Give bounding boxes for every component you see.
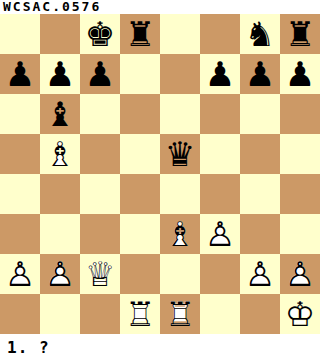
square-d6[interactable] [120, 94, 160, 134]
square-d8[interactable]: ♜ [120, 14, 160, 54]
square-b4[interactable] [40, 174, 80, 214]
white-pawn-outline: ♙ [245, 254, 275, 294]
square-f4[interactable] [200, 174, 240, 214]
square-d2[interactable] [120, 254, 160, 294]
square-d4[interactable] [120, 174, 160, 214]
black-pawn-glyph: ♟ [45, 54, 75, 94]
square-h4[interactable] [280, 174, 320, 214]
square-a4[interactable] [0, 174, 40, 214]
square-c1[interactable] [80, 294, 120, 334]
black-pawn-glyph: ♟ [285, 54, 315, 94]
square-h6[interactable] [280, 94, 320, 134]
square-f5[interactable] [200, 134, 240, 174]
square-g7[interactable]: ♟ [240, 54, 280, 94]
white-rook-outline: ♖ [165, 294, 195, 334]
square-c8[interactable]: ♚ [80, 14, 120, 54]
square-c4[interactable] [80, 174, 120, 214]
square-d3[interactable] [120, 214, 160, 254]
square-h1[interactable]: ♚♔ [280, 294, 320, 334]
square-f7[interactable]: ♟ [200, 54, 240, 94]
square-c6[interactable] [80, 94, 120, 134]
square-e5[interactable]: ♛ [160, 134, 200, 174]
square-e1[interactable]: ♜♖ [160, 294, 200, 334]
square-c5[interactable] [80, 134, 120, 174]
square-c7[interactable]: ♟ [80, 54, 120, 94]
square-b8[interactable] [40, 14, 80, 54]
square-a5[interactable] [0, 134, 40, 174]
square-c2[interactable]: ♛♕ [80, 254, 120, 294]
white-pawn-outline: ♙ [5, 254, 35, 294]
black-queen-glyph: ♛ [165, 134, 195, 174]
white-pawn[interactable]: ♟♙ [205, 217, 235, 251]
black-pawn-glyph: ♟ [205, 54, 235, 94]
white-bishop[interactable]: ♝♗ [165, 217, 195, 251]
square-d1[interactable]: ♜♖ [120, 294, 160, 334]
white-pawn-outline: ♙ [45, 254, 75, 294]
puzzle-id: WCSAC.0576 [0, 0, 320, 14]
black-rook-glyph: ♜ [285, 14, 315, 54]
square-a8[interactable] [0, 14, 40, 54]
black-rook[interactable]: ♜ [285, 17, 315, 51]
square-b5[interactable]: ♝♗ [40, 134, 80, 174]
black-rook-glyph: ♜ [125, 14, 155, 54]
white-rook[interactable]: ♜♖ [125, 297, 155, 331]
square-a6[interactable] [0, 94, 40, 134]
square-b7[interactable]: ♟ [40, 54, 80, 94]
black-queen[interactable]: ♛ [165, 137, 195, 171]
square-e4[interactable] [160, 174, 200, 214]
black-king[interactable]: ♚ [85, 17, 115, 51]
square-e6[interactable] [160, 94, 200, 134]
square-e3[interactable]: ♝♗ [160, 214, 200, 254]
white-bishop[interactable]: ♝♗ [45, 137, 75, 171]
black-pawn[interactable]: ♟ [285, 57, 315, 91]
square-a2[interactable]: ♟♙ [0, 254, 40, 294]
square-g5[interactable] [240, 134, 280, 174]
square-f8[interactable] [200, 14, 240, 54]
black-pawn-glyph: ♟ [245, 54, 275, 94]
square-a3[interactable] [0, 214, 40, 254]
square-d7[interactable] [120, 54, 160, 94]
square-h3[interactable] [280, 214, 320, 254]
white-king-outline: ♔ [285, 294, 315, 334]
square-f1[interactable] [200, 294, 240, 334]
white-rook[interactable]: ♜♖ [165, 297, 195, 331]
square-h8[interactable]: ♜ [280, 14, 320, 54]
white-bishop-outline: ♗ [165, 214, 195, 254]
white-rook-outline: ♖ [125, 294, 155, 334]
white-king[interactable]: ♚♔ [285, 297, 315, 331]
black-bishop-glyph: ♝ [45, 94, 75, 134]
black-king-glyph: ♚ [85, 14, 115, 54]
black-pawn[interactable]: ♟ [245, 57, 275, 91]
square-f6[interactable] [200, 94, 240, 134]
square-e2[interactable] [160, 254, 200, 294]
black-pawn[interactable]: ♟ [45, 57, 75, 91]
white-pawn[interactable]: ♟♙ [45, 257, 75, 291]
square-g1[interactable] [240, 294, 280, 334]
white-pawn-outline: ♙ [285, 254, 315, 294]
white-pawn-outline: ♙ [205, 214, 235, 254]
square-h5[interactable] [280, 134, 320, 174]
white-pawn[interactable]: ♟♙ [245, 257, 275, 291]
square-g6[interactable] [240, 94, 280, 134]
white-bishop-outline: ♗ [45, 134, 75, 174]
square-e8[interactable] [160, 14, 200, 54]
square-a1[interactable] [0, 294, 40, 334]
chess-board: ♚♜♞♜♟♟♟♟♟♟♝♝♗♛♝♗♟♙♟♙♟♙♛♕♟♙♟♙♜♖♜♖♚♔ [0, 14, 320, 334]
square-h2[interactable]: ♟♙ [280, 254, 320, 294]
move-prompt: 1. ? [0, 334, 320, 360]
black-knight[interactable]: ♞ [245, 17, 275, 51]
square-b6[interactable]: ♝ [40, 94, 80, 134]
square-g3[interactable] [240, 214, 280, 254]
square-b3[interactable] [40, 214, 80, 254]
white-pawn[interactable]: ♟♙ [285, 257, 315, 291]
white-pawn[interactable]: ♟♙ [5, 257, 35, 291]
black-pawn-glyph: ♟ [85, 54, 115, 94]
square-a7[interactable]: ♟ [0, 54, 40, 94]
black-bishop[interactable]: ♝ [45, 97, 75, 131]
white-queen-outline: ♕ [85, 254, 115, 294]
white-queen[interactable]: ♛♕ [85, 257, 115, 291]
black-knight-glyph: ♞ [245, 14, 275, 54]
black-pawn-glyph: ♟ [5, 54, 35, 94]
square-e7[interactable] [160, 54, 200, 94]
black-pawn[interactable]: ♟ [5, 57, 35, 91]
square-d5[interactable] [120, 134, 160, 174]
square-g2[interactable]: ♟♙ [240, 254, 280, 294]
square-f2[interactable] [200, 254, 240, 294]
square-g4[interactable] [240, 174, 280, 214]
square-b2[interactable]: ♟♙ [40, 254, 80, 294]
black-rook[interactable]: ♜ [125, 17, 155, 51]
square-b1[interactable] [40, 294, 80, 334]
square-h7[interactable]: ♟ [280, 54, 320, 94]
square-c3[interactable] [80, 214, 120, 254]
black-pawn[interactable]: ♟ [85, 57, 115, 91]
black-pawn[interactable]: ♟ [205, 57, 235, 91]
square-g8[interactable]: ♞ [240, 14, 280, 54]
square-f3[interactable]: ♟♙ [200, 214, 240, 254]
